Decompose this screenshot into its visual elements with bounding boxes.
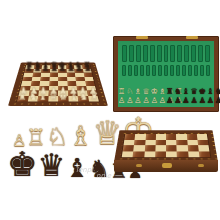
piece-slot bbox=[191, 45, 196, 62]
black-piece: ♛ bbox=[50, 60, 58, 69]
folded-board-square bbox=[133, 151, 145, 157]
piece-slot bbox=[184, 45, 189, 62]
piece-slot bbox=[136, 45, 141, 62]
board-square bbox=[40, 81, 50, 86]
folded-board-square bbox=[199, 151, 211, 157]
chess-board-grid: ♜♞♝♛♚♝♞♜♟♟♟♟♟♟♟♟♟♟♟♟♟♟♟♟♜♞♝♛♚♝♞♜ bbox=[16, 65, 100, 102]
folded-board-front-edge bbox=[114, 160, 218, 172]
board-square: ♛ bbox=[48, 96, 58, 102]
piece-slot bbox=[157, 45, 162, 62]
board-square bbox=[29, 86, 39, 91]
watermark-text: npie bbox=[96, 172, 111, 180]
board-square bbox=[39, 86, 49, 91]
dark-king: ♚ bbox=[7, 147, 37, 181]
board-square bbox=[30, 81, 40, 86]
hinge-icon bbox=[186, 36, 198, 39]
brass-screw-icon bbox=[198, 164, 204, 167]
board-square bbox=[86, 86, 96, 91]
piece-slot bbox=[164, 45, 169, 62]
folded-board-square bbox=[188, 151, 200, 157]
piece-slot bbox=[176, 65, 180, 76]
open-storage-case: ♖♘♗♕♔♗♘♖♙♙♙♙♙♙♙♙ ♜♞♝♛♚♝♞♜♟♟♟♟♟♟♟♟ bbox=[113, 36, 219, 112]
black-piece: ♜ bbox=[25, 60, 33, 69]
stored-piece-row: ♙♙♙♙♙♙♙♙ bbox=[118, 96, 166, 105]
piece-slot bbox=[158, 65, 162, 76]
case-hinges bbox=[114, 36, 218, 40]
folded-board-square bbox=[177, 151, 188, 157]
hinge-icon bbox=[136, 36, 148, 39]
black-piece: ♝ bbox=[42, 60, 50, 69]
board-square: ♜ bbox=[88, 96, 99, 102]
board-square bbox=[85, 81, 95, 86]
stored-piece-row: ♜♞♝♛♚♝♞♜ bbox=[166, 87, 214, 96]
piece-slot bbox=[152, 65, 156, 76]
stored-light-pieces: ♖♘♗♕♔♗♘♖♙♙♙♙♙♙♙♙ bbox=[118, 87, 166, 105]
piece-slot bbox=[128, 65, 132, 76]
piece-slot bbox=[205, 45, 210, 62]
piece-slot bbox=[188, 65, 192, 76]
case-felt-interior: ♖♘♗♕♔♗♘♖♙♙♙♙♙♙♙♙ ♜♞♝♛♚♝♞♜♟♟♟♟♟♟♟♟ bbox=[118, 41, 214, 107]
board-square bbox=[58, 81, 67, 86]
black-piece: ♞ bbox=[34, 60, 42, 69]
stored-piece-row: ♖♘♗♕♔♗♘♖ bbox=[118, 87, 166, 96]
piece-slot bbox=[170, 65, 174, 76]
folded-board-square bbox=[144, 151, 155, 157]
folded-board-square bbox=[122, 151, 134, 157]
piece-slot bbox=[129, 45, 134, 62]
piece-slot bbox=[150, 45, 155, 62]
piece-slot bbox=[164, 65, 168, 76]
folded-board-checker-top bbox=[121, 134, 212, 158]
piece-slot bbox=[200, 65, 204, 76]
product-photo-chess-set: ♜♞♝♛♚♝♞♜♟♟♟♟♟♟♟♟♟♟♟♟♟♟♟♟♜♞♝♛♚♝♞♜ ♖♘♗♕♔♗♘… bbox=[0, 0, 220, 220]
board-square bbox=[48, 86, 58, 91]
stored-dark-pieces: ♜♞♝♛♚♝♞♜♟♟♟♟♟♟♟♟ bbox=[166, 87, 214, 105]
board-square: ♚ bbox=[58, 96, 68, 102]
stored-piece-row: ♟♟♟♟♟♟♟♟ bbox=[166, 96, 214, 105]
piece-slot bbox=[143, 45, 148, 62]
folded-closed-board bbox=[114, 130, 218, 162]
piece-slot bbox=[122, 45, 127, 62]
piece-slot bbox=[182, 65, 186, 76]
open-chess-board: ♜♞♝♛♚♝♞♜♟♟♟♟♟♟♟♟♟♟♟♟♟♟♟♟♜♞♝♛♚♝♞♜ bbox=[8, 63, 108, 106]
dark-queen: ♛ bbox=[37, 150, 65, 181]
piece-slot bbox=[134, 65, 138, 76]
piece-slot bbox=[146, 65, 150, 76]
piece-slot-row-short bbox=[121, 65, 211, 76]
piece-slot bbox=[170, 45, 175, 62]
black-piece: ♜ bbox=[82, 60, 90, 69]
piece-slot bbox=[140, 65, 144, 76]
watermark-text: lenpl bbox=[76, 166, 93, 174]
piece-slot bbox=[206, 65, 210, 76]
board-square bbox=[49, 81, 58, 86]
board-square bbox=[58, 86, 68, 91]
board-square: ♝ bbox=[38, 96, 49, 102]
folded-board-square bbox=[166, 151, 177, 157]
light-bishop: ♗ bbox=[69, 122, 93, 149]
dark-pieces-lineup: ♚♛♝♞♜♟ bbox=[7, 146, 99, 181]
brass-clasp-icon bbox=[162, 163, 172, 168]
piece-slot bbox=[177, 45, 182, 62]
piece-slot bbox=[122, 65, 126, 76]
brass-screw-icon bbox=[136, 164, 142, 167]
piece-slot bbox=[198, 45, 203, 62]
folded-board-square bbox=[155, 151, 166, 157]
piece-slot bbox=[194, 65, 198, 76]
piece-slot-row-tall bbox=[121, 45, 211, 62]
